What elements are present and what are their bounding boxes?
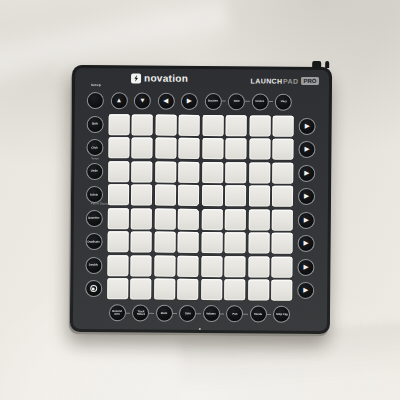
pad-r8c4[interactable]	[177, 279, 198, 300]
record-icon	[90, 285, 97, 292]
pad-r5c3[interactable]	[154, 208, 175, 229]
pad-r3c4[interactable]	[178, 161, 199, 182]
pad-r5c7[interactable]	[248, 209, 269, 230]
pad-r6c5[interactable]	[201, 232, 222, 253]
quantise-button[interactable]: Quantise	[85, 209, 102, 226]
device-button-label: Device	[254, 100, 266, 103]
duplicate-button[interactable]: Duplicate	[85, 233, 102, 250]
pad-r5c6[interactable]	[225, 209, 246, 230]
pad-r2c2[interactable]	[131, 137, 152, 158]
tempo-sublabel: Tempo	[91, 157, 97, 160]
play-icon: ▶	[304, 170, 309, 177]
pro-badge: PRO	[301, 77, 319, 85]
pad-r2c5[interactable]	[202, 138, 223, 159]
undo-button[interactable]: Undo	[86, 162, 103, 179]
pad-r1c7[interactable]	[249, 115, 270, 136]
pad-r3c5[interactable]	[202, 162, 223, 183]
mute-button-label: Mute	[158, 312, 170, 315]
up-arrow-icon: ▲	[116, 97, 122, 104]
pad-r5c8[interactable]	[272, 209, 293, 230]
pad-r4c2[interactable]	[131, 184, 152, 205]
scene-3-launch-button[interactable]: ▶	[298, 164, 315, 181]
scene-1-launch-button[interactable]: ▶	[299, 117, 316, 134]
pad-r7c1[interactable]	[107, 255, 128, 276]
pad-r4c3[interactable]	[154, 185, 175, 206]
pad-r8c3[interactable]	[154, 279, 175, 300]
scene-2-launch-button[interactable]: ▶	[298, 141, 315, 158]
brand-name: novation	[144, 72, 188, 83]
novation-logo-icon	[131, 73, 141, 83]
duplicate-button-label: Duplicate	[88, 240, 100, 243]
pad-r8c7[interactable]	[248, 279, 269, 300]
right-arrow-icon: ▶	[187, 98, 192, 105]
pad-r8c6[interactable]	[224, 279, 245, 300]
pad-r6c2[interactable]	[131, 231, 152, 252]
pad-r4c8[interactable]	[272, 186, 293, 207]
scene-4-launch-button[interactable]: ▶	[298, 188, 315, 205]
pan-button[interactable]: Pan	[226, 305, 243, 322]
record-arm-button-label: Record Arm	[111, 310, 123, 316]
stop-clip-button[interactable]: Stop Clip	[273, 306, 290, 323]
play-icon: ▶	[304, 240, 309, 247]
pad-r2c1[interactable]	[108, 137, 129, 158]
note-button[interactable]: Note	[228, 93, 245, 110]
play-icon: ▶	[305, 123, 310, 130]
pad-r7c4[interactable]	[177, 255, 198, 276]
track-select-button[interactable]: Track Select	[132, 304, 149, 321]
pad-r7c8[interactable]	[271, 256, 292, 277]
pad-r5c1[interactable]	[107, 208, 128, 229]
scene-5-launch-button[interactable]: ▶	[298, 211, 315, 228]
pad-r2c3[interactable]	[155, 138, 176, 159]
solo-button[interactable]: Solo	[179, 305, 196, 322]
pad-r5c2[interactable]	[131, 208, 152, 229]
shift-button-label: Shift	[89, 123, 101, 126]
bottom-edge-dot	[199, 328, 201, 330]
pad-r4c4[interactable]	[178, 185, 199, 206]
record-button[interactable]	[85, 280, 102, 297]
pad-r4c6[interactable]	[225, 185, 246, 206]
scene-6-launch-button[interactable]: ▶	[298, 235, 315, 252]
pad-r8c8[interactable]	[271, 280, 292, 301]
pad-r1c8[interactable]	[273, 115, 294, 136]
click-button-label: Click	[88, 146, 100, 149]
scene-7-launch-button[interactable]: ▶	[297, 258, 314, 275]
device-button[interactable]: Device	[251, 93, 268, 110]
pad-r3c2[interactable]	[131, 161, 152, 182]
session-button[interactable]: Session	[204, 93, 221, 110]
down-button[interactable]: ▼	[134, 92, 151, 109]
pad-r6c8[interactable]	[272, 233, 293, 254]
model-name-pad: PAD	[283, 77, 299, 84]
side-switch-nub	[325, 61, 329, 68]
play-icon: ▶	[304, 217, 309, 224]
sends-button-label: Sends	[252, 313, 264, 316]
pad-r3c8[interactable]	[272, 162, 293, 183]
scene-8-launch-button[interactable]: ▶	[297, 282, 314, 299]
pad-r7c3[interactable]	[154, 255, 175, 276]
pad-r7c6[interactable]	[224, 256, 245, 277]
track-select-button-label: Track Select	[134, 310, 146, 316]
undo-button-label: Undo	[88, 170, 100, 173]
pad-r8c5[interactable]	[201, 279, 222, 300]
record-arm-button[interactable]: Record Arm	[108, 304, 125, 321]
volume-button-label: Volume	[205, 312, 217, 315]
pad-r3c6[interactable]	[225, 162, 246, 183]
pad-r6c4[interactable]	[178, 232, 199, 253]
pad-r6c1[interactable]	[107, 231, 128, 252]
pad-r3c7[interactable]	[249, 162, 270, 183]
delete-button-label: Delete	[88, 193, 100, 196]
delete-button[interactable]: Delete	[85, 186, 102, 203]
left-arrow-icon: ◀	[163, 97, 168, 104]
double-button-label: Double	[87, 264, 99, 267]
user-button-label: User	[277, 100, 289, 103]
pad-r2c8[interactable]	[272, 139, 293, 160]
pad-r7c7[interactable]	[248, 256, 269, 277]
usb-port-nub	[312, 61, 321, 68]
record-quantise-sublabel: Record Quantise	[91, 202, 97, 205]
pad-r7c5[interactable]	[201, 256, 222, 277]
novation-logo: novation	[131, 72, 188, 83]
setup-label: Setup	[91, 83, 99, 87]
note-button-label: Note	[230, 100, 242, 103]
solo-button-label: Solo	[181, 312, 193, 315]
click-button[interactable]: Click	[86, 139, 103, 156]
pad-r4c5[interactable]	[201, 185, 222, 206]
pad-r8c1[interactable]	[107, 278, 128, 299]
setup-button[interactable]	[86, 91, 103, 108]
volume-button[interactable]: Volume	[202, 305, 219, 322]
pad-r2c7[interactable]	[249, 138, 270, 159]
pad-r6c3[interactable]	[154, 232, 175, 253]
pad-r5c4[interactable]	[178, 208, 199, 229]
left-button[interactable]: ◀	[157, 92, 174, 109]
pad-r2c4[interactable]	[178, 138, 199, 159]
pad-r1c1[interactable]	[108, 114, 129, 135]
user-button[interactable]: User	[275, 93, 292, 110]
pad-r5c5[interactable]	[201, 209, 222, 230]
pad-r1c3[interactable]	[155, 114, 176, 135]
play-icon: ▶	[303, 287, 308, 294]
photo-background: novation LAUNCH PAD PRO Setup ▲▼◀▶Sessio…	[0, 0, 400, 400]
stop-clip-button-label: Stop Clip	[275, 313, 287, 316]
pad-r7c2[interactable]	[130, 255, 151, 276]
down-arrow-icon: ▼	[139, 97, 145, 104]
session-button-label: Session	[207, 100, 219, 103]
pad-r3c1[interactable]	[108, 161, 129, 182]
pad-r4c7[interactable]	[248, 185, 269, 206]
pad-r1c4[interactable]	[179, 114, 200, 135]
mute-button[interactable]: Mute	[155, 305, 172, 322]
sends-button[interactable]: Sends	[249, 305, 266, 322]
play-icon: ▶	[303, 264, 308, 271]
pad-r2c6[interactable]	[225, 138, 246, 159]
quantise-button-label: Quantise	[88, 217, 100, 220]
shift-button[interactable]: Shift	[86, 115, 103, 132]
pan-button-label: Pan	[228, 312, 240, 315]
right-button[interactable]: ▶	[181, 92, 198, 109]
play-icon: ▶	[304, 146, 309, 153]
model-name-launch: LAUNCH	[251, 77, 283, 84]
pad-r1c2[interactable]	[132, 114, 153, 135]
model-name: LAUNCH PAD PRO	[251, 76, 320, 85]
pad-r6c7[interactable]	[248, 232, 269, 253]
launchpad-pro-device: novation LAUNCH PAD PRO Setup ▲▼◀▶Sessio…	[70, 65, 332, 334]
up-button[interactable]: ▲	[110, 92, 127, 109]
pad-r3c3[interactable]	[155, 161, 176, 182]
double-button[interactable]: Double	[85, 256, 102, 273]
pad-r1c5[interactable]	[202, 115, 223, 136]
play-icon: ▶	[304, 193, 309, 200]
pad-r8c2[interactable]	[130, 278, 151, 299]
pad-r6c6[interactable]	[225, 232, 246, 253]
pad-r1c6[interactable]	[226, 115, 247, 136]
pad-r4c1[interactable]	[107, 184, 128, 205]
